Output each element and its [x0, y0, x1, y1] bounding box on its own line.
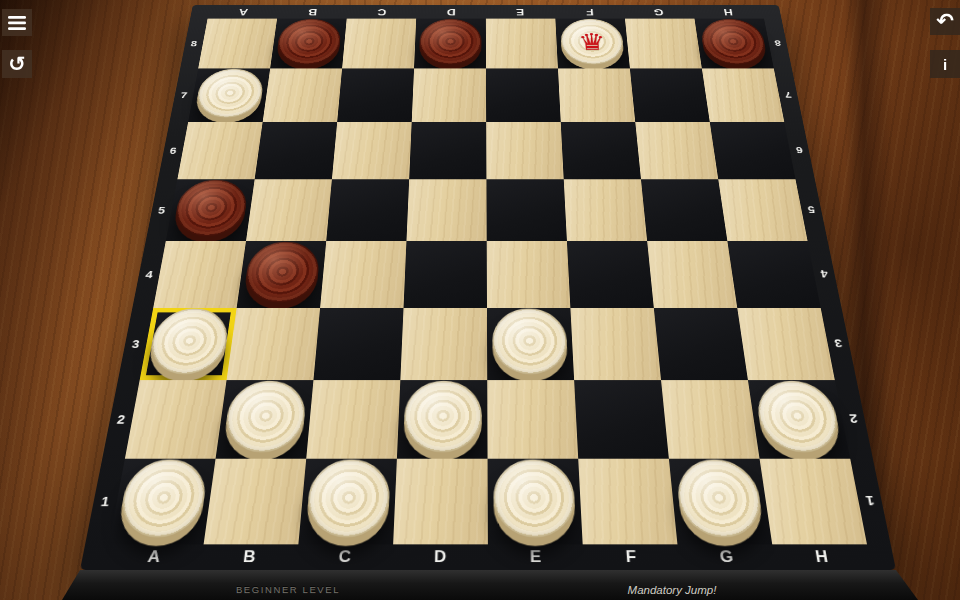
piece-face: [222, 381, 308, 452]
info-icon: i: [943, 56, 947, 73]
square-C2[interactable]: [306, 380, 400, 459]
white-king-F8[interactable]: ♛: [560, 19, 625, 64]
square-F6[interactable]: [561, 122, 641, 179]
piece-face: [419, 19, 482, 64]
rank-label-right-7: 7: [784, 90, 792, 100]
square-G6[interactable]: [635, 122, 718, 179]
file-label-bottom-E: E: [530, 547, 542, 567]
rank-label-right-8: 8: [774, 38, 782, 47]
square-B6[interactable]: [255, 122, 338, 179]
square-E4[interactable]: [487, 241, 571, 308]
file-label-top-E: E: [516, 7, 524, 17]
file-label-bottom-G: G: [719, 547, 735, 567]
white-man-B2[interactable]: [222, 381, 308, 452]
square-D3[interactable]: [400, 308, 487, 380]
square-G8[interactable]: [625, 19, 702, 69]
file-label-bottom-A: A: [146, 547, 161, 567]
file-label-bottom-H: H: [814, 547, 830, 567]
piece-face: [675, 459, 766, 537]
square-D1[interactable]: [393, 459, 488, 545]
rank-label-left-2: 2: [116, 411, 127, 426]
square-C6[interactable]: [332, 122, 412, 179]
square-F5[interactable]: [564, 179, 647, 241]
dark-man-H8[interactable]: [699, 19, 769, 64]
square-E8[interactable]: [486, 19, 558, 69]
square-A4[interactable]: [153, 241, 246, 308]
square-C7[interactable]: [337, 68, 414, 121]
dark-man-D8[interactable]: [419, 19, 482, 64]
restart-rotate-icon: ↺: [8, 54, 26, 75]
square-A3[interactable]: [140, 308, 237, 380]
square-E7[interactable]: [486, 68, 561, 121]
checkers-board: ABCDEFGH ABCDEFGH 87654321 87654321 ♛: [80, 5, 896, 570]
rank-label-right-4: 4: [819, 268, 829, 280]
square-G4[interactable]: [647, 241, 737, 308]
square-A6[interactable]: [177, 122, 262, 179]
file-labels-top: ABCDEFGH: [208, 5, 764, 19]
board-scene: ABCDEFGH ABCDEFGH 87654321 87654321 ♛: [0, 0, 960, 600]
square-H1[interactable]: [760, 459, 867, 545]
file-label-bottom-B: B: [242, 547, 256, 567]
square-F7[interactable]: [558, 68, 635, 121]
square-F3[interactable]: [570, 308, 661, 380]
white-man-G1[interactable]: [675, 459, 766, 537]
square-A5[interactable]: [166, 179, 255, 241]
piece-face: [753, 381, 843, 452]
square-B2[interactable]: [216, 380, 314, 459]
square-H6[interactable]: [710, 122, 796, 179]
square-B8[interactable]: [270, 19, 347, 69]
square-F1[interactable]: [578, 459, 677, 545]
square-H8[interactable]: [694, 19, 773, 69]
hamburger-menu-icon: [8, 16, 26, 30]
file-label-top-C: C: [377, 7, 387, 17]
rank-label-left-6: 6: [169, 145, 178, 156]
rank-label-right-2: 2: [848, 411, 859, 426]
square-B4[interactable]: [237, 241, 327, 308]
square-F8[interactable]: ♛: [555, 19, 630, 69]
square-A1[interactable]: [109, 459, 216, 545]
square-B5[interactable]: [246, 179, 332, 241]
rank-label-left-8: 8: [190, 38, 198, 47]
square-G1[interactable]: [669, 459, 772, 545]
square-D2[interactable]: [397, 380, 488, 459]
piece-face: [172, 180, 250, 236]
file-label-bottom-D: D: [434, 547, 447, 567]
square-A8[interactable]: [198, 19, 277, 69]
square-D6[interactable]: [409, 122, 486, 179]
rank-label-left-5: 5: [157, 204, 166, 215]
white-man-D2[interactable]: [403, 381, 482, 452]
square-A7[interactable]: [188, 68, 270, 121]
file-label-top-H: H: [723, 7, 734, 17]
square-H7[interactable]: [702, 68, 784, 121]
square-E6[interactable]: [486, 122, 563, 179]
info-button[interactable]: i: [930, 50, 960, 78]
piece-face: [305, 459, 391, 537]
restart-button[interactable]: ↺: [2, 50, 32, 78]
file-labels-bottom: ABCDEFGH: [104, 544, 872, 570]
file-label-top-G: G: [653, 7, 664, 17]
file-label-bottom-F: F: [625, 547, 637, 567]
piece-face: [699, 19, 769, 64]
square-C5[interactable]: [326, 179, 409, 241]
piece-face: [403, 381, 482, 452]
square-H3[interactable]: [737, 308, 835, 380]
rank-label-right-1: 1: [864, 493, 875, 509]
white-man-H2[interactable]: [753, 381, 843, 452]
square-B3[interactable]: [227, 308, 321, 380]
piece-face: [275, 19, 342, 64]
square-E1[interactable]: [488, 459, 583, 545]
board-grid: ♛: [109, 19, 867, 545]
file-label-bottom-C: C: [338, 547, 352, 567]
white-man-A1[interactable]: [116, 459, 210, 537]
king-crown-icon: ♛: [560, 19, 625, 64]
rank-label-left-3: 3: [131, 337, 141, 350]
square-E2[interactable]: [487, 380, 578, 459]
square-E3[interactable]: [487, 308, 574, 380]
piece-face: [194, 69, 266, 118]
square-D8[interactable]: [414, 19, 486, 69]
square-B1[interactable]: [204, 459, 307, 545]
square-B7[interactable]: [263, 68, 342, 121]
square-G5[interactable]: [641, 179, 727, 241]
square-H2[interactable]: [748, 380, 850, 459]
rank-label-left-1: 1: [100, 493, 111, 509]
square-C4[interactable]: [320, 241, 406, 308]
white-man-C1[interactable]: [305, 459, 391, 537]
rank-label-right-5: 5: [807, 204, 816, 215]
dark-man-B4[interactable]: [243, 242, 322, 303]
square-G3[interactable]: [654, 308, 748, 380]
piece-face: [243, 242, 322, 303]
file-label-top-A: A: [238, 7, 249, 17]
undo-arrow-icon: ↶: [936, 11, 954, 32]
square-G7[interactable]: [630, 68, 710, 121]
square-C8[interactable]: [342, 19, 416, 69]
piece-face: [492, 308, 568, 374]
square-F4[interactable]: [567, 241, 654, 308]
menu-button[interactable]: [2, 9, 32, 36]
square-D4[interactable]: [404, 241, 487, 308]
piece-face: [493, 459, 576, 537]
white-man-A3[interactable]: [146, 308, 231, 374]
square-D7[interactable]: [412, 68, 487, 121]
square-H4[interactable]: [727, 241, 820, 308]
white-man-E1[interactable]: [493, 459, 576, 537]
square-H5[interactable]: [718, 179, 807, 241]
square-G2[interactable]: [661, 380, 760, 459]
square-E5[interactable]: [486, 179, 566, 241]
square-C1[interactable]: [298, 459, 397, 545]
square-C3[interactable]: [313, 308, 403, 380]
piece-face: [116, 459, 210, 537]
mandatory-jump-hint: Mandatory Jump!: [628, 584, 717, 596]
rank-label-left-4: 4: [145, 268, 154, 280]
board-front-edge: BEGINNER LEVEL Mandatory Jump!: [0, 570, 960, 600]
square-F2[interactable]: [574, 380, 669, 459]
rank-label-right-6: 6: [795, 145, 804, 156]
file-label-top-F: F: [585, 7, 593, 17]
square-A2[interactable]: [125, 380, 227, 459]
square-D5[interactable]: [406, 179, 486, 241]
rank-label-left-7: 7: [180, 90, 188, 100]
rank-label-right-3: 3: [833, 337, 843, 350]
dark-man-A5[interactable]: [172, 180, 250, 236]
file-label-top-D: D: [447, 7, 456, 17]
piece-face: [146, 308, 231, 374]
level-label: BEGINNER LEVEL: [236, 584, 340, 595]
white-man-E3[interactable]: [492, 308, 568, 374]
file-label-top-B: B: [308, 7, 318, 17]
dark-man-B8[interactable]: [275, 19, 342, 64]
undo-button[interactable]: ↶: [930, 8, 960, 35]
white-man-A7[interactable]: [194, 69, 266, 118]
